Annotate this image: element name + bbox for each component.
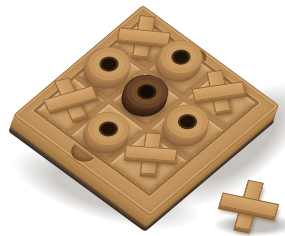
loose-piece-x[interactable] <box>215 176 283 233</box>
photo-stage <box>0 0 285 236</box>
piece-x[interactable] <box>123 132 178 175</box>
loose-piece-area <box>221 181 277 228</box>
board-grid <box>33 17 259 196</box>
